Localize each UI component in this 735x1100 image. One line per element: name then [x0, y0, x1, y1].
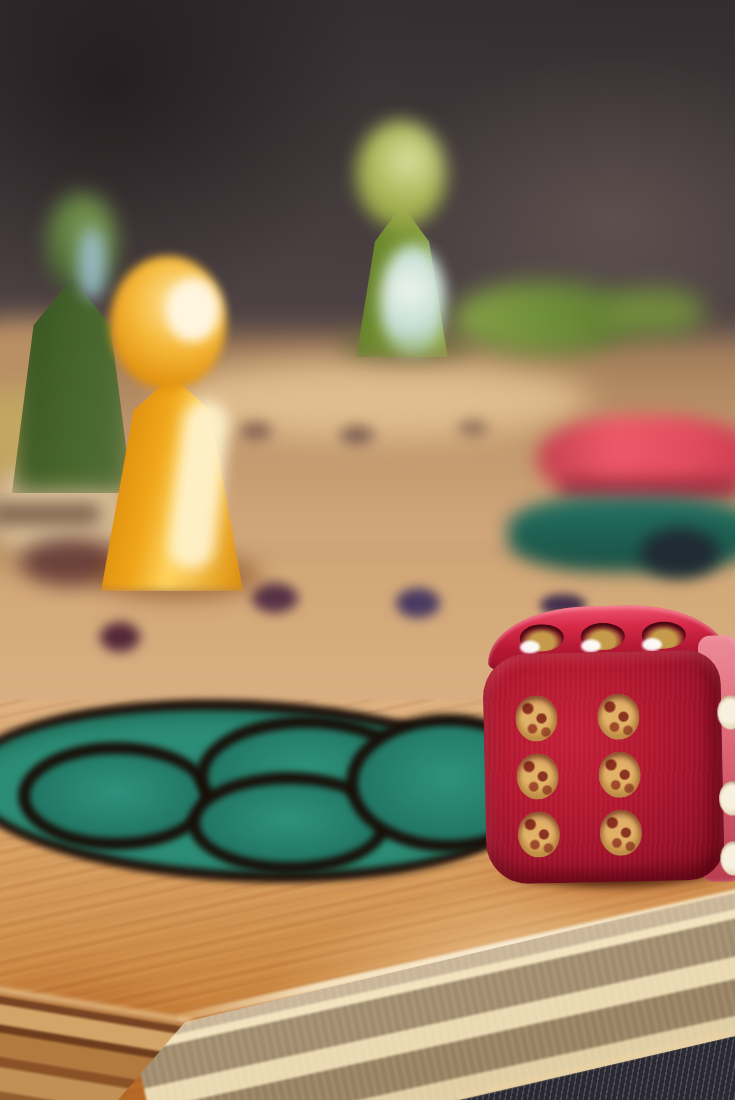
die-pip [516, 753, 559, 800]
die-front-pips [515, 693, 642, 858]
track-spot [252, 583, 298, 613]
track-spot [340, 426, 374, 444]
blurred-green-field [605, 288, 705, 336]
ludo-photo-scene [0, 0, 735, 1100]
blurred-dark-blob [640, 528, 720, 578]
blurred-board-edge-line [0, 503, 100, 525]
board-highlight-band [160, 360, 590, 440]
die-pip [519, 623, 564, 651]
die-pip [580, 622, 625, 650]
die-pip [517, 811, 560, 858]
blurred-dark-smudge [20, 538, 120, 586]
track-spot [240, 422, 272, 440]
die-pip [515, 695, 558, 742]
blurred-left-structure [0, 390, 60, 480]
red-die[interactable] [475, 599, 735, 886]
die-pip [599, 809, 642, 856]
die-pip [597, 693, 640, 740]
track-spot [100, 622, 140, 652]
blurred-red-field-shadow [560, 478, 735, 498]
die-pip [641, 621, 686, 649]
track-spot [458, 420, 488, 436]
die-pip [598, 751, 641, 798]
background-shadow [0, 0, 370, 320]
track-spot [396, 588, 440, 618]
